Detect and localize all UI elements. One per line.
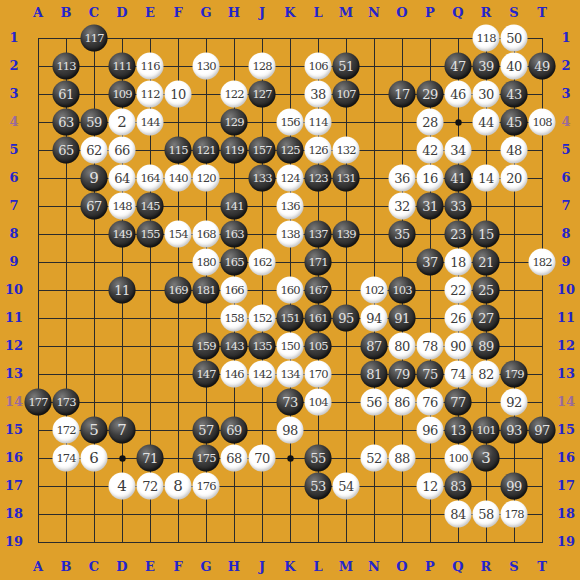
move-number: 80 <box>394 340 410 353</box>
stone-G12[interactable]: 159 <box>193 333 220 360</box>
move-number: 175 <box>197 452 216 464</box>
move-number: 42 <box>422 144 438 157</box>
move-number: 93 <box>506 424 522 437</box>
stone-Q9[interactable]: 18 <box>445 249 472 276</box>
stone-R8[interactable]: 15 <box>473 221 500 248</box>
stone-G15[interactable]: 57 <box>193 417 220 444</box>
stone-N12[interactable]: 87 <box>361 333 388 360</box>
move-number: 36 <box>394 172 410 185</box>
stone-T9[interactable]: 182 <box>529 249 556 276</box>
move-number: 29 <box>422 88 438 101</box>
stone-K15[interactable]: 98 <box>277 417 304 444</box>
move-number: 134 <box>281 368 300 380</box>
move-number: 63 <box>58 116 74 129</box>
stone-N11[interactable]: 94 <box>361 305 388 332</box>
move-number: 122 <box>225 88 244 100</box>
stone-B14[interactable]: 173 <box>53 389 80 416</box>
stone-H11[interactable]: 158 <box>221 305 248 332</box>
stone-M11[interactable]: 95 <box>333 305 360 332</box>
stone-S6[interactable]: 20 <box>501 165 528 192</box>
stone-H3[interactable]: 122 <box>221 81 248 108</box>
stone-Q10[interactable]: 22 <box>445 277 472 304</box>
stone-J13[interactable]: 142 <box>249 361 276 388</box>
col-label-bottom-O: O <box>388 556 416 578</box>
stone-D10[interactable]: 11 <box>109 277 136 304</box>
stone-K8[interactable]: 138 <box>277 221 304 248</box>
stone-D2[interactable]: 111 <box>109 53 136 80</box>
stone-R13[interactable]: 82 <box>473 361 500 388</box>
stone-O13[interactable]: 79 <box>389 361 416 388</box>
stone-D17[interactable]: 4 <box>109 473 136 500</box>
move-number: 139 <box>337 228 356 240</box>
stone-K12[interactable]: 150 <box>277 333 304 360</box>
stone-O6[interactable]: 36 <box>389 165 416 192</box>
move-number: 111 <box>113 60 132 72</box>
stone-R3[interactable]: 30 <box>473 81 500 108</box>
move-number: 54 <box>338 480 354 493</box>
stone-P6[interactable]: 16 <box>417 165 444 192</box>
stone-K4[interactable]: 156 <box>277 109 304 136</box>
stone-Q6[interactable]: 41 <box>445 165 472 192</box>
stone-C7[interactable]: 67 <box>81 193 108 220</box>
stone-F17[interactable]: 8 <box>165 473 192 500</box>
stone-J6[interactable]: 133 <box>249 165 276 192</box>
stone-Q7[interactable]: 33 <box>445 193 472 220</box>
move-number: 46 <box>450 88 466 101</box>
move-number: 160 <box>281 284 300 296</box>
stone-S15[interactable]: 93 <box>501 417 528 444</box>
move-number: 178 <box>505 508 524 520</box>
stone-K14[interactable]: 73 <box>277 389 304 416</box>
move-number: 4 <box>117 479 127 494</box>
move-number: 40 <box>506 60 522 73</box>
stone-B3[interactable]: 61 <box>53 81 80 108</box>
stone-F5[interactable]: 115 <box>165 137 192 164</box>
stone-S3[interactable]: 43 <box>501 81 528 108</box>
move-number: 86 <box>394 396 410 409</box>
stone-R2[interactable]: 39 <box>473 53 500 80</box>
stone-O3[interactable]: 17 <box>389 81 416 108</box>
move-number: 14 <box>478 172 494 185</box>
move-number: 150 <box>281 340 300 352</box>
move-number: 38 <box>310 88 326 101</box>
col-label-bottom-D: D <box>108 556 136 578</box>
move-number: 65 <box>58 144 74 157</box>
goban[interactable]: 1171185011311111613012810651473940496110… <box>24 24 556 556</box>
stone-E2[interactable]: 116 <box>137 53 164 80</box>
stone-G5[interactable]: 121 <box>193 137 220 164</box>
stone-L6[interactable]: 123 <box>305 165 332 192</box>
move-number: 119 <box>225 144 244 156</box>
move-number: 100 <box>449 452 468 464</box>
stone-M5[interactable]: 132 <box>333 137 360 164</box>
move-number: 15 <box>478 228 494 241</box>
move-number: 116 <box>141 60 160 72</box>
stone-L16[interactable]: 55 <box>305 445 332 472</box>
stone-Q15[interactable]: 13 <box>445 417 472 444</box>
stone-J3[interactable]: 127 <box>249 81 276 108</box>
move-number: 98 <box>282 424 298 437</box>
stone-F10[interactable]: 169 <box>165 277 192 304</box>
stone-H4[interactable]: 129 <box>221 109 248 136</box>
move-number: 125 <box>281 144 300 156</box>
stone-J2[interactable]: 128 <box>249 53 276 80</box>
stone-M8[interactable]: 139 <box>333 221 360 248</box>
move-number: 32 <box>394 200 410 213</box>
col-label-bottom-B: B <box>52 556 80 578</box>
row-label-right-11: 11 <box>553 304 579 332</box>
move-number: 158 <box>225 312 244 324</box>
col-label-top-L: L <box>304 2 332 24</box>
stone-R12[interactable]: 89 <box>473 333 500 360</box>
col-label-top-B: B <box>52 2 80 24</box>
move-number: 127 <box>253 88 272 100</box>
move-number: 161 <box>309 312 328 324</box>
move-number: 133 <box>253 172 272 184</box>
stone-R11[interactable]: 27 <box>473 305 500 332</box>
stone-O10[interactable]: 103 <box>389 277 416 304</box>
stone-H15[interactable]: 69 <box>221 417 248 444</box>
stone-P3[interactable]: 29 <box>417 81 444 108</box>
row-label-right-8: 8 <box>553 220 579 248</box>
move-number: 12 <box>422 480 438 493</box>
move-number: 147 <box>197 368 216 380</box>
move-number: 31 <box>422 200 438 213</box>
stone-D8[interactable]: 149 <box>109 221 136 248</box>
stone-D3[interactable]: 109 <box>109 81 136 108</box>
stone-R18[interactable]: 58 <box>473 501 500 528</box>
move-number: 55 <box>310 452 326 465</box>
stone-E8[interactable]: 155 <box>137 221 164 248</box>
move-number: 57 <box>198 424 214 437</box>
stone-C4[interactable]: 59 <box>81 109 108 136</box>
stone-F6[interactable]: 140 <box>165 165 192 192</box>
move-number: 146 <box>225 368 244 380</box>
stone-H5[interactable]: 119 <box>221 137 248 164</box>
move-number: 106 <box>309 60 328 72</box>
stone-J11[interactable]: 152 <box>249 305 276 332</box>
stone-G16[interactable]: 175 <box>193 445 220 472</box>
row-label-right-4: 4 <box>553 108 579 136</box>
move-number: 68 <box>226 452 242 465</box>
move-number: 16 <box>422 172 438 185</box>
stone-O16[interactable]: 88 <box>389 445 416 472</box>
stone-G8[interactable]: 168 <box>193 221 220 248</box>
row-label-right-7: 7 <box>553 192 579 220</box>
stone-B5[interactable]: 65 <box>53 137 80 164</box>
col-label-top-M: M <box>332 2 360 24</box>
move-number: 137 <box>309 228 328 240</box>
row-label-right-16: 16 <box>553 444 579 472</box>
stone-B16[interactable]: 174 <box>53 445 80 472</box>
row-label-right-3: 3 <box>553 80 579 108</box>
stone-P12[interactable]: 78 <box>417 333 444 360</box>
stone-O7[interactable]: 32 <box>389 193 416 220</box>
stone-L12[interactable]: 105 <box>305 333 332 360</box>
stone-B15[interactable]: 172 <box>53 417 80 444</box>
stone-G10[interactable]: 181 <box>193 277 220 304</box>
move-number: 9 <box>89 171 99 186</box>
col-label-bottom-F: F <box>164 556 192 578</box>
stone-L4[interactable]: 114 <box>305 109 332 136</box>
move-number: 152 <box>253 312 272 324</box>
stone-E7[interactable]: 145 <box>137 193 164 220</box>
stone-D7[interactable]: 148 <box>109 193 136 220</box>
move-number: 3 <box>481 451 491 466</box>
stone-D6[interactable]: 64 <box>109 165 136 192</box>
stone-L2[interactable]: 106 <box>305 53 332 80</box>
stone-P7[interactable]: 31 <box>417 193 444 220</box>
move-number: 118 <box>477 32 496 44</box>
move-number: 126 <box>309 144 328 156</box>
move-number: 8 <box>173 479 183 494</box>
stone-K6[interactable]: 124 <box>277 165 304 192</box>
stone-C6[interactable]: 9 <box>81 165 108 192</box>
move-number: 167 <box>309 284 328 296</box>
stone-P15[interactable]: 96 <box>417 417 444 444</box>
move-number: 165 <box>225 256 244 268</box>
move-number: 6 <box>89 451 99 466</box>
move-number: 182 <box>533 256 552 268</box>
stone-R10[interactable]: 25 <box>473 277 500 304</box>
stone-H13[interactable]: 146 <box>221 361 248 388</box>
stone-L11[interactable]: 161 <box>305 305 332 332</box>
stone-G17[interactable]: 176 <box>193 473 220 500</box>
stone-P5[interactable]: 42 <box>417 137 444 164</box>
stone-C15[interactable]: 5 <box>81 417 108 444</box>
move-number: 69 <box>226 424 242 437</box>
stone-D5[interactable]: 66 <box>109 137 136 164</box>
move-number: 17 <box>394 88 410 101</box>
move-number: 102 <box>365 284 384 296</box>
stone-S17[interactable]: 99 <box>501 473 528 500</box>
star-point <box>455 119 461 125</box>
stone-S14[interactable]: 92 <box>501 389 528 416</box>
move-number: 72 <box>142 480 158 493</box>
stone-T4[interactable]: 108 <box>529 109 556 136</box>
stone-L13[interactable]: 170 <box>305 361 332 388</box>
stone-Q2[interactable]: 47 <box>445 53 472 80</box>
stone-Q18[interactable]: 84 <box>445 501 472 528</box>
stone-M6[interactable]: 131 <box>333 165 360 192</box>
stone-S18[interactable]: 178 <box>501 501 528 528</box>
stone-S2[interactable]: 40 <box>501 53 528 80</box>
stone-C5[interactable]: 62 <box>81 137 108 164</box>
col-label-top-P: P <box>416 2 444 24</box>
col-label-top-G: G <box>192 2 220 24</box>
move-number: 105 <box>309 340 328 352</box>
stone-G9[interactable]: 180 <box>193 249 220 276</box>
stone-L17[interactable]: 53 <box>305 473 332 500</box>
move-number: 23 <box>450 228 466 241</box>
stone-Q11[interactable]: 26 <box>445 305 472 332</box>
move-number: 145 <box>141 200 160 212</box>
stone-D4[interactable]: 2 <box>109 109 136 136</box>
move-number: 181 <box>197 284 216 296</box>
stone-T2[interactable]: 49 <box>529 53 556 80</box>
stone-K7[interactable]: 136 <box>277 193 304 220</box>
move-number: 99 <box>506 480 522 493</box>
stone-F3[interactable]: 10 <box>165 81 192 108</box>
stone-C16[interactable]: 6 <box>81 445 108 472</box>
col-label-bottom-P: P <box>416 556 444 578</box>
stone-L3[interactable]: 38 <box>305 81 332 108</box>
move-number: 43 <box>506 88 522 101</box>
stone-G2[interactable]: 130 <box>193 53 220 80</box>
stone-J5[interactable]: 157 <box>249 137 276 164</box>
stone-P14[interactable]: 76 <box>417 389 444 416</box>
move-number: 95 <box>338 312 354 325</box>
stone-M17[interactable]: 54 <box>333 473 360 500</box>
stone-P4[interactable]: 28 <box>417 109 444 136</box>
stone-H12[interactable]: 143 <box>221 333 248 360</box>
move-number: 22 <box>450 284 466 297</box>
stone-P17[interactable]: 12 <box>417 473 444 500</box>
move-number: 92 <box>506 396 522 409</box>
col-label-top-C: C <box>80 2 108 24</box>
row-label-right-14: 14 <box>553 388 579 416</box>
move-number: 136 <box>281 200 300 212</box>
col-label-top-S: S <box>500 2 528 24</box>
stone-K11[interactable]: 151 <box>277 305 304 332</box>
stone-Q17[interactable]: 83 <box>445 473 472 500</box>
stone-S13[interactable]: 179 <box>501 361 528 388</box>
move-number: 39 <box>478 60 494 73</box>
stone-K13[interactable]: 134 <box>277 361 304 388</box>
stone-P13[interactable]: 75 <box>417 361 444 388</box>
stone-O14[interactable]: 86 <box>389 389 416 416</box>
move-number: 163 <box>225 228 244 240</box>
stone-E4[interactable]: 144 <box>137 109 164 136</box>
move-number: 149 <box>113 228 132 240</box>
stone-H10[interactable]: 166 <box>221 277 248 304</box>
move-number: 11 <box>114 284 130 297</box>
move-number: 84 <box>450 508 466 521</box>
move-number: 50 <box>506 32 522 45</box>
stone-Q16[interactable]: 100 <box>445 445 472 472</box>
move-number: 96 <box>422 424 438 437</box>
stone-G13[interactable]: 147 <box>193 361 220 388</box>
move-number: 117 <box>85 32 104 44</box>
stone-N10[interactable]: 102 <box>361 277 388 304</box>
stone-Q3[interactable]: 46 <box>445 81 472 108</box>
stone-L10[interactable]: 167 <box>305 277 332 304</box>
stone-O12[interactable]: 80 <box>389 333 416 360</box>
stone-S5[interactable]: 48 <box>501 137 528 164</box>
stone-J12[interactable]: 135 <box>249 333 276 360</box>
stone-Q5[interactable]: 34 <box>445 137 472 164</box>
stone-J16[interactable]: 70 <box>249 445 276 472</box>
stone-B4[interactable]: 63 <box>53 109 80 136</box>
move-number: 170 <box>309 368 328 380</box>
stone-Q13[interactable]: 74 <box>445 361 472 388</box>
move-number: 83 <box>450 480 466 493</box>
stone-S1[interactable]: 50 <box>501 25 528 52</box>
move-number: 121 <box>197 144 216 156</box>
col-label-top-H: H <box>220 2 248 24</box>
move-number: 180 <box>197 256 216 268</box>
stone-R16[interactable]: 3 <box>473 445 500 472</box>
stone-Q8[interactable]: 23 <box>445 221 472 248</box>
move-number: 67 <box>86 200 102 213</box>
stone-E17[interactable]: 72 <box>137 473 164 500</box>
col-label-bottom-L: L <box>304 556 332 578</box>
stone-H9[interactable]: 165 <box>221 249 248 276</box>
stone-D15[interactable]: 7 <box>109 417 136 444</box>
stone-G6[interactable]: 120 <box>193 165 220 192</box>
stone-H7[interactable]: 141 <box>221 193 248 220</box>
stone-N16[interactable]: 52 <box>361 445 388 472</box>
stone-L14[interactable]: 104 <box>305 389 332 416</box>
move-number: 130 <box>197 60 216 72</box>
move-number: 148 <box>113 200 132 212</box>
move-number: 70 <box>254 452 270 465</box>
stone-K5[interactable]: 125 <box>277 137 304 164</box>
stone-R9[interactable]: 21 <box>473 249 500 276</box>
move-number: 21 <box>478 256 494 269</box>
stone-H16[interactable]: 68 <box>221 445 248 472</box>
stone-Q12[interactable]: 90 <box>445 333 472 360</box>
stone-L8[interactable]: 137 <box>305 221 332 248</box>
stone-E3[interactable]: 112 <box>137 81 164 108</box>
move-number: 25 <box>478 284 494 297</box>
move-number: 132 <box>337 144 356 156</box>
stone-B2[interactable]: 113 <box>53 53 80 80</box>
move-number: 90 <box>450 340 466 353</box>
stone-A14[interactable]: 177 <box>25 389 52 416</box>
star-point <box>119 455 125 461</box>
stone-L9[interactable]: 171 <box>305 249 332 276</box>
move-number: 91 <box>394 312 410 325</box>
stone-E16[interactable]: 71 <box>137 445 164 472</box>
stone-P9[interactable]: 37 <box>417 249 444 276</box>
stone-F8[interactable]: 154 <box>165 221 192 248</box>
stone-R6[interactable]: 14 <box>473 165 500 192</box>
move-number: 89 <box>478 340 494 353</box>
stone-H8[interactable]: 163 <box>221 221 248 248</box>
move-number: 56 <box>366 396 382 409</box>
move-number: 131 <box>337 172 356 184</box>
stone-M2[interactable]: 51 <box>333 53 360 80</box>
stone-R1[interactable]: 118 <box>473 25 500 52</box>
stone-L5[interactable]: 126 <box>305 137 332 164</box>
row-label-right-19: 19 <box>553 528 579 556</box>
move-number: 154 <box>169 228 188 240</box>
move-number: 87 <box>366 340 382 353</box>
stone-O11[interactable]: 91 <box>389 305 416 332</box>
stone-N14[interactable]: 56 <box>361 389 388 416</box>
stone-N13[interactable]: 81 <box>361 361 388 388</box>
stone-M3[interactable]: 107 <box>333 81 360 108</box>
col-label-top-D: D <box>108 2 136 24</box>
move-number: 77 <box>450 396 466 409</box>
stone-R4[interactable]: 44 <box>473 109 500 136</box>
stone-K10[interactable]: 160 <box>277 277 304 304</box>
move-number: 143 <box>225 340 244 352</box>
stone-J9[interactable]: 162 <box>249 249 276 276</box>
stone-Q14[interactable]: 77 <box>445 389 472 416</box>
stone-C1[interactable]: 117 <box>81 25 108 52</box>
move-number: 174 <box>57 452 76 464</box>
move-number: 34 <box>450 144 466 157</box>
move-number: 76 <box>422 396 438 409</box>
stone-T15[interactable]: 97 <box>529 417 556 444</box>
stone-R15[interactable]: 101 <box>473 417 500 444</box>
stone-E6[interactable]: 164 <box>137 165 164 192</box>
stone-O8[interactable]: 35 <box>389 221 416 248</box>
move-number: 135 <box>253 340 272 352</box>
stone-S4[interactable]: 45 <box>501 109 528 136</box>
